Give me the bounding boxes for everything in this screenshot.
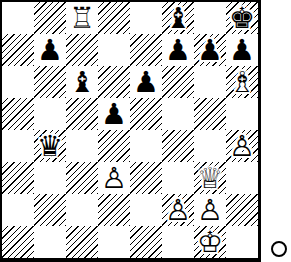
piece-white-pawn[interactable]: ♙: [197, 194, 223, 226]
square-g7[interactable]: ♟: [194, 34, 226, 66]
square-a3[interactable]: [2, 162, 34, 194]
square-b1[interactable]: [34, 226, 66, 258]
piece-black-pawn[interactable]: ♟: [229, 34, 255, 66]
piece-white-pawn[interactable]: ♙: [229, 130, 255, 162]
square-b2[interactable]: [34, 194, 66, 226]
piece-white-king[interactable]: ♔: [197, 226, 223, 258]
square-f5[interactable]: [162, 98, 194, 130]
square-g5[interactable]: [194, 98, 226, 130]
square-f3[interactable]: [162, 162, 194, 194]
square-g8[interactable]: [194, 2, 226, 34]
square-e7[interactable]: [130, 34, 162, 66]
square-g1[interactable]: ♔: [194, 226, 226, 258]
square-d8[interactable]: [98, 2, 130, 34]
square-e3[interactable]: [130, 162, 162, 194]
piece-white-pawn[interactable]: ♙: [101, 162, 127, 194]
square-c7[interactable]: [66, 34, 98, 66]
square-c8[interactable]: ♖: [66, 2, 98, 34]
piece-black-pawn[interactable]: ♟: [37, 34, 63, 66]
piece-black-bishop[interactable]: ♝: [165, 2, 191, 34]
square-c2[interactable]: [66, 194, 98, 226]
square-b8[interactable]: [34, 2, 66, 34]
square-a2[interactable]: [2, 194, 34, 226]
piece-black-king[interactable]: ♚: [229, 2, 255, 34]
square-g6[interactable]: [194, 66, 226, 98]
square-h3[interactable]: [226, 162, 258, 194]
square-f4[interactable]: [162, 130, 194, 162]
chess-diagram: ♖♝♚♟♟♟♟♝♟♗♟♛♙♙♕♙♙♔: [0, 0, 291, 262]
square-e1[interactable]: [130, 226, 162, 258]
piece-black-bishop[interactable]: ♝: [69, 66, 95, 98]
square-b7[interactable]: ♟: [34, 34, 66, 66]
piece-black-queen[interactable]: ♛: [37, 130, 63, 162]
square-d7[interactable]: [98, 34, 130, 66]
square-e5[interactable]: [130, 98, 162, 130]
square-h4[interactable]: ♙: [226, 130, 258, 162]
square-b4[interactable]: ♛: [34, 130, 66, 162]
square-f8[interactable]: ♝: [162, 2, 194, 34]
piece-white-pawn[interactable]: ♙: [165, 194, 191, 226]
square-c4[interactable]: [66, 130, 98, 162]
white-to-move-indicator: [271, 241, 287, 257]
square-f1[interactable]: [162, 226, 194, 258]
square-a6[interactable]: [2, 66, 34, 98]
square-d5[interactable]: ♟: [98, 98, 130, 130]
square-h5[interactable]: [226, 98, 258, 130]
square-b5[interactable]: [34, 98, 66, 130]
square-g3[interactable]: ♕: [194, 162, 226, 194]
square-d2[interactable]: [98, 194, 130, 226]
square-a4[interactable]: [2, 130, 34, 162]
square-h8[interactable]: ♚: [226, 2, 258, 34]
chess-board: ♖♝♚♟♟♟♟♝♟♗♟♛♙♙♕♙♙♔: [0, 0, 261, 262]
square-d6[interactable]: [98, 66, 130, 98]
piece-black-pawn[interactable]: ♟: [197, 34, 223, 66]
square-e2[interactable]: [130, 194, 162, 226]
square-e4[interactable]: [130, 130, 162, 162]
square-h7[interactable]: ♟: [226, 34, 258, 66]
square-c3[interactable]: [66, 162, 98, 194]
square-c1[interactable]: [66, 226, 98, 258]
piece-white-rook[interactable]: ♖: [69, 2, 95, 34]
square-c5[interactable]: [66, 98, 98, 130]
square-a7[interactable]: [2, 34, 34, 66]
square-d1[interactable]: [98, 226, 130, 258]
square-b3[interactable]: [34, 162, 66, 194]
piece-black-pawn[interactable]: ♟: [101, 98, 127, 130]
piece-white-queen[interactable]: ♕: [197, 162, 223, 194]
piece-white-bishop[interactable]: ♗: [229, 66, 255, 98]
square-g2[interactable]: ♙: [194, 194, 226, 226]
square-h2[interactable]: [226, 194, 258, 226]
square-e6[interactable]: ♟: [130, 66, 162, 98]
square-f7[interactable]: ♟: [162, 34, 194, 66]
square-a5[interactable]: [2, 98, 34, 130]
square-d4[interactable]: [98, 130, 130, 162]
square-f2[interactable]: ♙: [162, 194, 194, 226]
square-h6[interactable]: ♗: [226, 66, 258, 98]
square-a8[interactable]: [2, 2, 34, 34]
square-c6[interactable]: ♝: [66, 66, 98, 98]
square-b6[interactable]: [34, 66, 66, 98]
square-d3[interactable]: ♙: [98, 162, 130, 194]
square-a1[interactable]: [2, 226, 34, 258]
piece-black-pawn[interactable]: ♟: [165, 34, 191, 66]
square-f6[interactable]: [162, 66, 194, 98]
square-g4[interactable]: [194, 130, 226, 162]
square-e8[interactable]: [130, 2, 162, 34]
piece-black-pawn[interactable]: ♟: [133, 66, 159, 98]
square-h1[interactable]: [226, 226, 258, 258]
